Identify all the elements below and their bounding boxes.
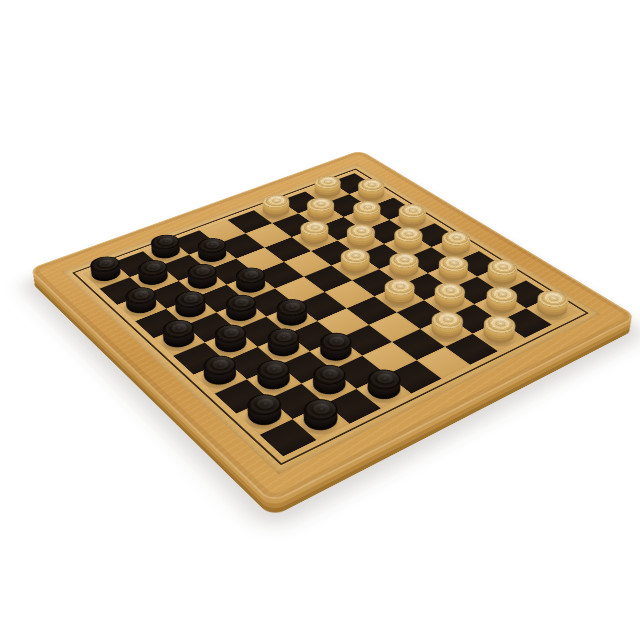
checker-piece-dark[interactable] — [262, 337, 305, 363]
checker-piece-dark[interactable] — [121, 295, 162, 318]
checker-piece-light[interactable] — [295, 229, 333, 249]
checker-piece-dark[interactable] — [306, 373, 351, 401]
checker-piece-dark[interactable] — [210, 332, 253, 357]
draughts-board — [28, 150, 638, 504]
checker-piece-dark[interactable] — [361, 377, 406, 405]
checker-piece-light[interactable] — [258, 203, 295, 222]
checker-piece-dark[interactable] — [252, 368, 297, 396]
checker-piece-dark[interactable] — [87, 265, 126, 287]
checker-piece-dark[interactable] — [314, 341, 357, 367]
checker-piece-light[interactable] — [425, 319, 468, 344]
board-scene — [0, 0, 640, 640]
product-photo-stage — [0, 0, 640, 640]
checker-piece-dark[interactable] — [271, 307, 313, 331]
checker-piece-dark[interactable] — [221, 303, 262, 327]
board-margin — [61, 164, 600, 475]
